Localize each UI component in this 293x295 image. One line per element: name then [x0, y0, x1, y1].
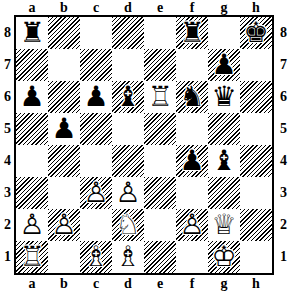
white-pawn-icon: ♟♙	[16, 209, 48, 241]
rank-labels-right: 87654321	[277, 17, 290, 273]
black-king-icon: ♚	[240, 17, 272, 49]
rank-label-5: 5	[277, 113, 290, 145]
file-labels-top: abcdefgh	[16, 1, 272, 15]
square-g7[interactable]: ♟	[208, 49, 240, 81]
square-c5[interactable]	[80, 113, 112, 145]
square-f7[interactable]	[176, 49, 208, 81]
square-h4[interactable]	[240, 145, 272, 177]
rank-labels-left: 87654321	[1, 17, 14, 273]
square-c4[interactable]	[80, 145, 112, 177]
square-a1[interactable]: ♜♖	[16, 241, 48, 273]
rank-label-3: 3	[277, 177, 290, 209]
square-h8[interactable]: ♚	[240, 17, 272, 49]
file-label-c: c	[80, 277, 112, 291]
rank-label-4: 4	[277, 145, 290, 177]
file-label-e: e	[144, 1, 176, 15]
file-label-b: b	[48, 277, 80, 291]
square-b5[interactable]: ♟	[48, 113, 80, 145]
file-label-b: b	[48, 1, 80, 15]
square-b4[interactable]	[48, 145, 80, 177]
square-b1[interactable]	[48, 241, 80, 273]
square-h7[interactable]	[240, 49, 272, 81]
file-label-h: h	[240, 1, 272, 15]
file-label-e: e	[144, 277, 176, 291]
file-label-g: g	[208, 277, 240, 291]
white-rook-icon: ♜♖	[144, 81, 176, 113]
rank-label-4: 4	[1, 145, 14, 177]
square-g6[interactable]: ♛	[208, 81, 240, 113]
rank-label-1: 1	[277, 241, 290, 273]
square-e4[interactable]	[144, 145, 176, 177]
square-a5[interactable]	[16, 113, 48, 145]
square-b2[interactable]: ♟♙	[48, 209, 80, 241]
rank-label-2: 2	[1, 209, 14, 241]
square-f4[interactable]: ♟	[176, 145, 208, 177]
square-h3[interactable]	[240, 177, 272, 209]
file-label-f: f	[176, 277, 208, 291]
square-e1[interactable]	[144, 241, 176, 273]
rank-label-3: 3	[1, 177, 14, 209]
white-queen-icon: ♛♕	[208, 209, 240, 241]
square-e8[interactable]	[144, 17, 176, 49]
black-pawn-icon: ♟	[16, 81, 48, 113]
square-f1[interactable]	[176, 241, 208, 273]
file-label-h: h	[240, 277, 272, 291]
square-d3[interactable]: ♟♙	[112, 177, 144, 209]
square-c6[interactable]: ♟	[80, 81, 112, 113]
white-bishop-icon: ♝♗	[112, 241, 144, 273]
square-f2[interactable]: ♟♙	[176, 209, 208, 241]
rank-label-7: 7	[1, 49, 14, 81]
square-d4[interactable]	[112, 145, 144, 177]
black-queen-icon: ♛	[208, 81, 240, 113]
white-king-icon: ♚♔	[208, 241, 240, 273]
black-pawn-icon: ♟	[48, 113, 80, 145]
file-labels-bottom: abcdefgh	[16, 277, 272, 291]
square-a7[interactable]	[16, 49, 48, 81]
square-b6[interactable]	[48, 81, 80, 113]
black-pawn-icon: ♟	[176, 145, 208, 177]
square-b3[interactable]	[48, 177, 80, 209]
square-d8[interactable]	[112, 17, 144, 49]
square-d2[interactable]: ♞♘	[112, 209, 144, 241]
square-h5[interactable]	[240, 113, 272, 145]
rank-label-7: 7	[277, 49, 290, 81]
square-e6[interactable]: ♜♖	[144, 81, 176, 113]
board: ♜♜♚♟♟♟♝♜♖♞♛♟♟♝♟♙♟♙♟♙♟♙♞♘♟♙♛♕♜♖♝♗♝♗♚♔	[14, 15, 274, 275]
file-label-c: c	[80, 1, 112, 15]
square-g5[interactable]	[208, 113, 240, 145]
square-d6[interactable]: ♝	[112, 81, 144, 113]
white-pawn-icon: ♟♙	[80, 177, 112, 209]
square-d1[interactable]: ♝♗	[112, 241, 144, 273]
square-c1[interactable]: ♝♗	[80, 241, 112, 273]
square-g1[interactable]: ♚♔	[208, 241, 240, 273]
file-label-d: d	[112, 1, 144, 15]
rank-label-6: 6	[277, 81, 290, 113]
square-e5[interactable]	[144, 113, 176, 145]
square-c3[interactable]: ♟♙	[80, 177, 112, 209]
white-pawn-icon: ♟♙	[112, 177, 144, 209]
square-g3[interactable]	[208, 177, 240, 209]
white-rook-icon: ♜♖	[16, 241, 48, 273]
square-c2[interactable]	[80, 209, 112, 241]
black-bishop-icon: ♝	[208, 145, 240, 177]
square-a8[interactable]: ♜	[16, 17, 48, 49]
square-e2[interactable]	[144, 209, 176, 241]
black-pawn-icon: ♟	[80, 81, 112, 113]
black-pawn-icon: ♟	[208, 49, 240, 81]
black-bishop-icon: ♝	[112, 81, 144, 113]
square-h6[interactable]	[240, 81, 272, 113]
rank-label-2: 2	[277, 209, 290, 241]
file-label-g: g	[208, 1, 240, 15]
square-e7[interactable]	[144, 49, 176, 81]
white-bishop-icon: ♝♗	[80, 241, 112, 273]
square-c7[interactable]	[80, 49, 112, 81]
rank-label-1: 1	[1, 241, 14, 273]
square-g4[interactable]: ♝	[208, 145, 240, 177]
square-a3[interactable]	[16, 177, 48, 209]
square-e3[interactable]	[144, 177, 176, 209]
file-label-a: a	[16, 277, 48, 291]
square-f6[interactable]: ♞	[176, 81, 208, 113]
square-d7[interactable]	[112, 49, 144, 81]
square-a4[interactable]	[16, 145, 48, 177]
square-b8[interactable]	[48, 17, 80, 49]
white-knight-icon: ♞♘	[112, 209, 144, 241]
square-g8[interactable]	[208, 17, 240, 49]
square-h1[interactable]	[240, 241, 272, 273]
white-pawn-icon: ♟♙	[176, 209, 208, 241]
square-f3[interactable]	[176, 177, 208, 209]
square-g2[interactable]: ♛♕	[208, 209, 240, 241]
square-b7[interactable]	[48, 49, 80, 81]
file-label-d: d	[112, 277, 144, 291]
square-f5[interactable]	[176, 113, 208, 145]
rank-label-6: 6	[1, 81, 14, 113]
rank-label-8: 8	[1, 17, 14, 49]
square-c8[interactable]	[80, 17, 112, 49]
file-label-a: a	[16, 1, 48, 15]
rank-label-5: 5	[1, 113, 14, 145]
black-rook-icon: ♜	[176, 17, 208, 49]
rank-label-8: 8	[277, 17, 290, 49]
square-a2[interactable]: ♟♙	[16, 209, 48, 241]
black-knight-icon: ♞	[176, 81, 208, 113]
square-h2[interactable]	[240, 209, 272, 241]
square-f8[interactable]: ♜	[176, 17, 208, 49]
black-rook-icon: ♜	[16, 17, 48, 49]
file-label-f: f	[176, 1, 208, 15]
square-a6[interactable]: ♟	[16, 81, 48, 113]
square-d5[interactable]	[112, 113, 144, 145]
white-pawn-icon: ♟♙	[48, 209, 80, 241]
chess-diagram: abcdefgh 87654321 ♜♜♚♟♟♟♝♜♖♞♛♟♟♝♟♙♟♙♟♙♟♙…	[0, 0, 293, 295]
